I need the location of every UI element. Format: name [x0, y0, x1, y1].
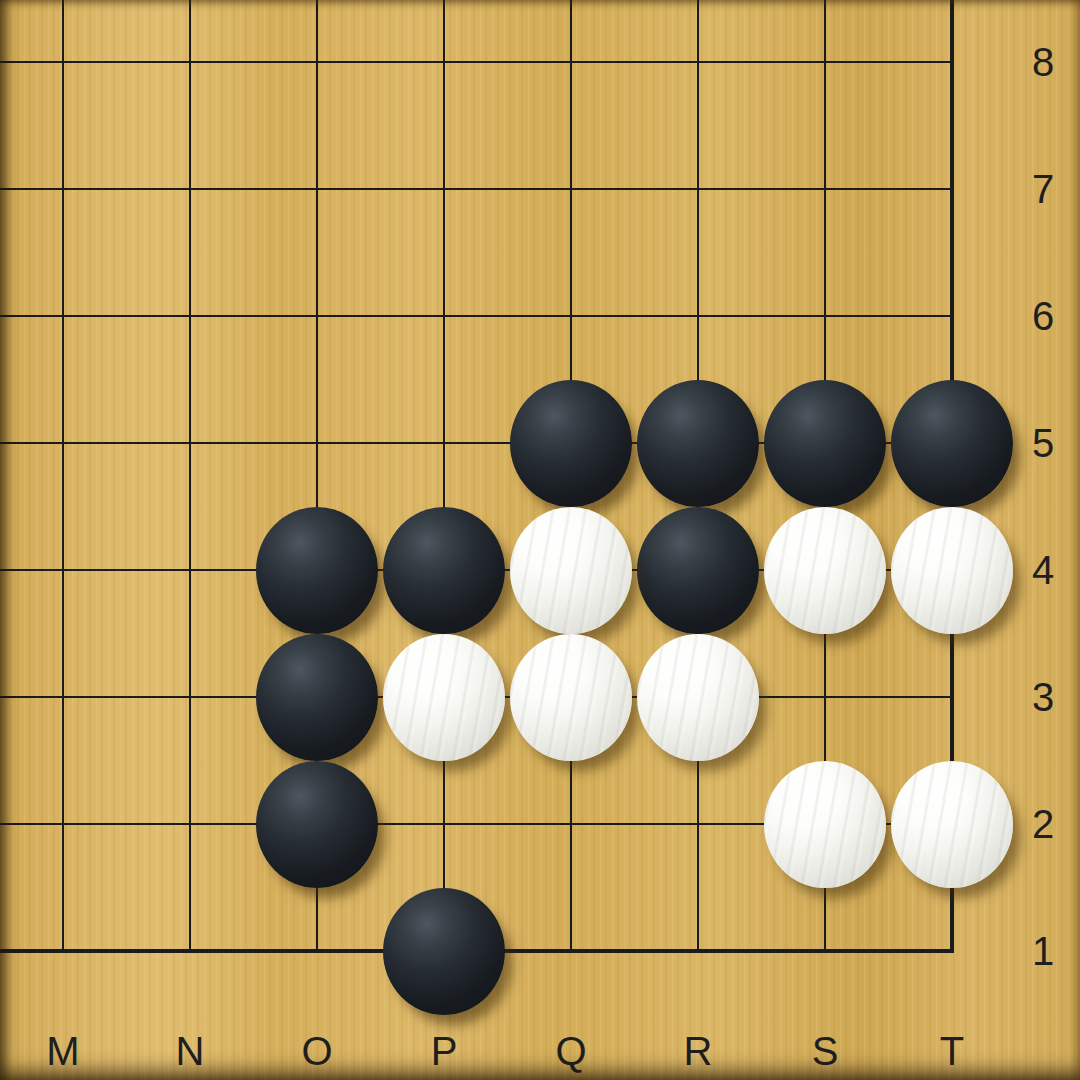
- row-label-2: 2: [1008, 804, 1078, 844]
- stone-black-p1: [383, 888, 505, 1015]
- stone-black-s5: [764, 380, 886, 507]
- stone-black-p4: [383, 507, 505, 634]
- stone-white-t4: [891, 507, 1013, 634]
- column-label-N: N: [155, 1031, 225, 1071]
- column-label-R: R: [663, 1031, 733, 1071]
- stone-white-s4: [764, 507, 886, 634]
- column-label-S: S: [790, 1031, 860, 1071]
- stone-white-q4: [510, 507, 632, 634]
- column-label-P: P: [409, 1031, 479, 1071]
- column-label-T: T: [917, 1031, 987, 1071]
- stone-white-t2: [891, 761, 1013, 888]
- column-label-O: O: [282, 1031, 352, 1071]
- row-label-6: 6: [1008, 296, 1078, 336]
- stone-black-o3: [256, 634, 378, 761]
- go-board[interactable]: MNOPQRST 87654321: [0, 0, 1080, 1080]
- stone-black-r4: [637, 507, 759, 634]
- stone-black-o2: [256, 761, 378, 888]
- stone-white-r3: [637, 634, 759, 761]
- row-label-5: 5: [1008, 423, 1078, 463]
- grid-line-h-row-7: [0, 188, 954, 190]
- stone-black-t5: [891, 380, 1013, 507]
- grid-line-h-row-6: [0, 315, 954, 317]
- stone-black-r5: [637, 380, 759, 507]
- grid-line-v-col-M: [62, 0, 64, 953]
- stone-black-o4: [256, 507, 378, 634]
- stone-black-q5: [510, 380, 632, 507]
- row-label-7: 7: [1008, 169, 1078, 209]
- row-label-1: 1: [1008, 931, 1078, 971]
- row-label-3: 3: [1008, 677, 1078, 717]
- stone-white-q3: [510, 634, 632, 761]
- grid-line-v-col-N: [189, 0, 191, 953]
- grid-line-h-row-8: [0, 61, 954, 63]
- row-label-8: 8: [1008, 42, 1078, 82]
- grid-line-v-col-P: [443, 0, 445, 953]
- row-label-4: 4: [1008, 550, 1078, 590]
- stone-white-p3: [383, 634, 505, 761]
- column-label-M: M: [28, 1031, 98, 1071]
- stone-white-s2: [764, 761, 886, 888]
- column-label-Q: Q: [536, 1031, 606, 1071]
